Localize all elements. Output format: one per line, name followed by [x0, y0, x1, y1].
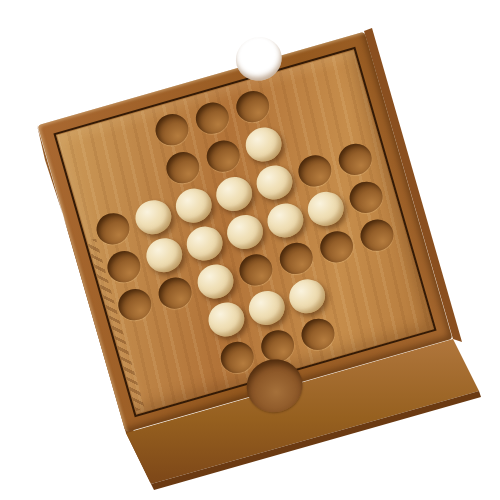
hole-r2c0 [93, 209, 133, 248]
product-photo-stage [0, 0, 500, 500]
hole-r4c5 [316, 227, 356, 266]
hole-r1c3 [203, 137, 243, 176]
hole-r4c4 [276, 239, 316, 278]
hole-r6c4 [298, 315, 338, 354]
hole-r3c0 [104, 247, 144, 286]
hole-r2c5 [295, 151, 335, 190]
hole-r4c1 [155, 274, 195, 313]
hole-r4c3 [236, 250, 276, 289]
peg-ball-r2c2 [172, 184, 216, 226]
hole-r1c2 [163, 148, 203, 187]
hole-r0c4 [233, 87, 273, 126]
hole-r0c2 [152, 110, 192, 149]
hole-r4c0 [115, 285, 155, 324]
hole-r0c3 [192, 99, 232, 138]
hole-r3c6 [346, 178, 386, 217]
hole-r4c6 [357, 216, 397, 255]
hole-r2c6 [335, 140, 375, 179]
